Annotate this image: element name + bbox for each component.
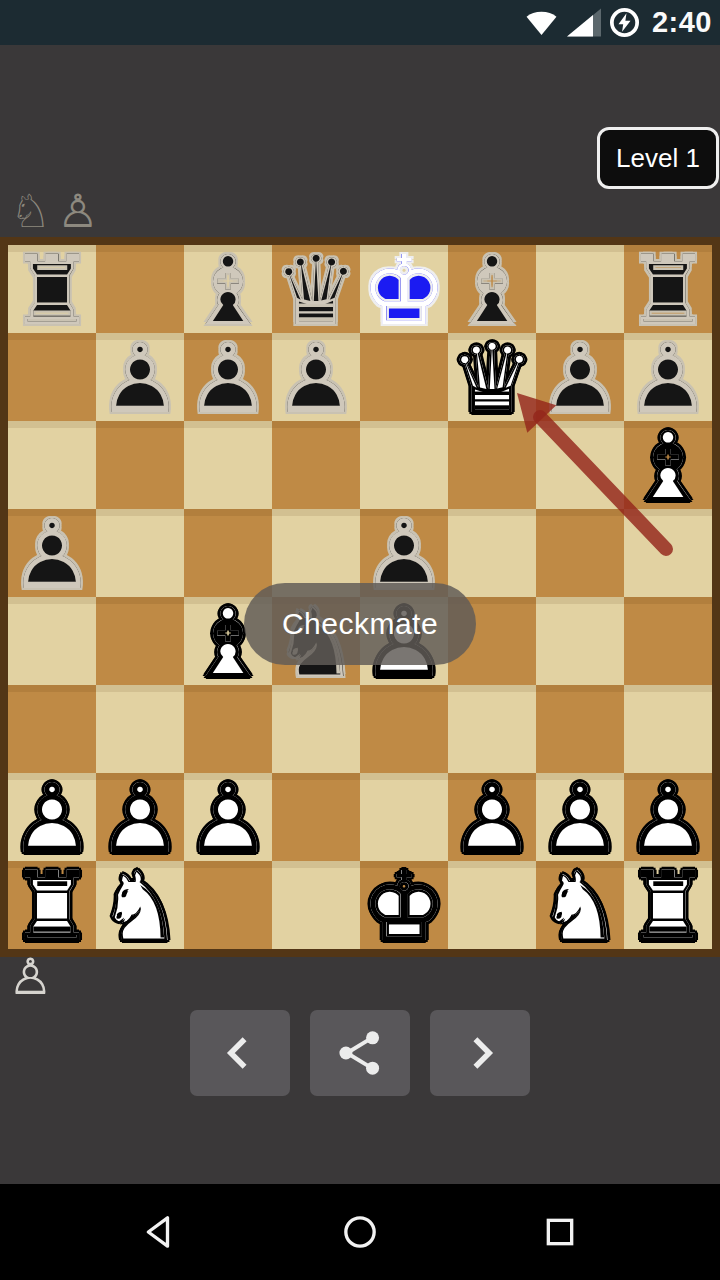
white-pawn: ♟♙	[96, 773, 184, 861]
square-e1[interactable]: ♚♔	[360, 861, 448, 949]
status-bar: 2:40	[0, 0, 720, 45]
square-h1[interactable]: ♜♖	[624, 861, 712, 949]
square-g5[interactable]	[536, 509, 624, 597]
square-b1[interactable]: ♞♘	[96, 861, 184, 949]
app-screen: 2:40 Level 1 ♘♙ ♜♖♝♗♛♕♚♔♝♗♜♖♟♙♟♙♟♙♛♕♟♙♟♙…	[0, 0, 720, 1280]
forward-move-button[interactable]	[430, 1010, 530, 1096]
square-e7[interactable]	[360, 333, 448, 421]
square-e2[interactable]	[360, 773, 448, 861]
black-bishop: ♝♗	[448, 245, 536, 333]
chevron-left-icon	[218, 1027, 262, 1079]
white-pawn: ♟♙	[536, 773, 624, 861]
square-g6[interactable]	[536, 421, 624, 509]
captured-black-knight-icon: ♘	[10, 188, 51, 234]
back-move-button[interactable]	[190, 1010, 290, 1096]
square-e8[interactable]: ♚♔	[360, 245, 448, 333]
white-king: ♚♔	[360, 861, 448, 949]
square-g7[interactable]: ♟♙	[536, 333, 624, 421]
square-f1[interactable]	[448, 861, 536, 949]
square-f6[interactable]	[448, 421, 536, 509]
white-knight: ♞♘	[96, 861, 184, 949]
square-d2[interactable]	[272, 773, 360, 861]
square-a2[interactable]: ♟♙	[8, 773, 96, 861]
white-bishop: ♝♗	[624, 421, 712, 509]
square-c5[interactable]	[184, 509, 272, 597]
square-c2[interactable]: ♟♙	[184, 773, 272, 861]
square-f7[interactable]: ♛♕	[448, 333, 536, 421]
square-h5[interactable]	[624, 509, 712, 597]
captured-white-pawn-icon: ♙	[8, 952, 53, 1002]
white-rook: ♜♖	[624, 861, 712, 949]
square-d1[interactable]	[272, 861, 360, 949]
wifi-icon	[525, 8, 558, 37]
white-pawn: ♟♙	[8, 773, 96, 861]
white-pawn: ♟♙	[184, 773, 272, 861]
black-rook: ♜♖	[8, 245, 96, 333]
black-pawn: ♟♙	[184, 333, 272, 421]
square-g3[interactable]	[536, 685, 624, 773]
square-h6[interactable]: ♝♗	[624, 421, 712, 509]
square-c1[interactable]	[184, 861, 272, 949]
chevron-right-icon	[458, 1027, 502, 1079]
nav-recents-icon[interactable]	[540, 1210, 580, 1254]
nav-back-icon[interactable]	[140, 1210, 180, 1254]
square-d8[interactable]: ♛♕	[272, 245, 360, 333]
white-queen: ♛♕	[448, 333, 536, 421]
clock: 2:40	[652, 6, 712, 39]
nav-home-icon[interactable]	[340, 1210, 380, 1254]
square-g1[interactable]: ♞♘	[536, 861, 624, 949]
captured-black-tray: ♘♙	[10, 188, 99, 234]
white-rook: ♜♖	[8, 861, 96, 949]
square-b2[interactable]: ♟♙	[96, 773, 184, 861]
cell-signal-icon	[565, 8, 601, 37]
square-b4[interactable]	[96, 597, 184, 685]
checked-black-king: ♚♔	[360, 245, 448, 333]
square-h2[interactable]: ♟♙	[624, 773, 712, 861]
level-button[interactable]: Level 1	[597, 127, 719, 189]
square-b5[interactable]	[96, 509, 184, 597]
square-a6[interactable]	[8, 421, 96, 509]
black-pawn: ♟♙	[96, 333, 184, 421]
square-a7[interactable]	[8, 333, 96, 421]
square-f3[interactable]	[448, 685, 536, 773]
white-pawn: ♟♙	[624, 773, 712, 861]
square-f8[interactable]: ♝♗	[448, 245, 536, 333]
square-c7[interactable]: ♟♙	[184, 333, 272, 421]
square-g8[interactable]	[536, 245, 624, 333]
square-h4[interactable]	[624, 597, 712, 685]
square-h8[interactable]: ♜♖	[624, 245, 712, 333]
checkmate-toast: Checkmate	[244, 583, 476, 665]
move-controls	[0, 1010, 720, 1096]
checkmate-toast-text: Checkmate	[282, 607, 438, 641]
square-h3[interactable]	[624, 685, 712, 773]
square-g4[interactable]	[536, 597, 624, 685]
square-g2[interactable]: ♟♙	[536, 773, 624, 861]
black-pawn: ♟♙	[272, 333, 360, 421]
captured-black-pawn-icon: ♙	[57, 188, 98, 234]
square-c6[interactable]	[184, 421, 272, 509]
square-b7[interactable]: ♟♙	[96, 333, 184, 421]
square-d3[interactable]	[272, 685, 360, 773]
black-pawn: ♟♙	[8, 509, 96, 597]
square-f2[interactable]: ♟♙	[448, 773, 536, 861]
square-a8[interactable]: ♜♖	[8, 245, 96, 333]
battery-charging-icon	[608, 6, 641, 39]
square-c3[interactable]	[184, 685, 272, 773]
white-pawn: ♟♙	[448, 773, 536, 861]
white-knight: ♞♘	[536, 861, 624, 949]
captured-white-tray: ♙	[8, 952, 53, 1002]
square-c8[interactable]: ♝♗	[184, 245, 272, 333]
square-d6[interactable]	[272, 421, 360, 509]
square-d7[interactable]: ♟♙	[272, 333, 360, 421]
black-rook: ♜♖	[624, 245, 712, 333]
square-a3[interactable]	[8, 685, 96, 773]
square-a5[interactable]: ♟♙	[8, 509, 96, 597]
android-navbar	[0, 1184, 720, 1280]
status-icons: 2:40	[525, 6, 712, 39]
share-icon	[334, 1027, 386, 1079]
square-f5[interactable]	[448, 509, 536, 597]
black-pawn: ♟♙	[624, 333, 712, 421]
square-e6[interactable]	[360, 421, 448, 509]
black-queen: ♛♕	[272, 245, 360, 333]
square-a4[interactable]	[8, 597, 96, 685]
square-b6[interactable]	[96, 421, 184, 509]
square-h7[interactable]: ♟♙	[624, 333, 712, 421]
share-button[interactable]	[310, 1010, 410, 1096]
square-a1[interactable]: ♜♖	[8, 861, 96, 949]
black-pawn: ♟♙	[536, 333, 624, 421]
square-e3[interactable]	[360, 685, 448, 773]
square-b3[interactable]	[96, 685, 184, 773]
black-bishop: ♝♗	[184, 245, 272, 333]
square-b8[interactable]	[96, 245, 184, 333]
